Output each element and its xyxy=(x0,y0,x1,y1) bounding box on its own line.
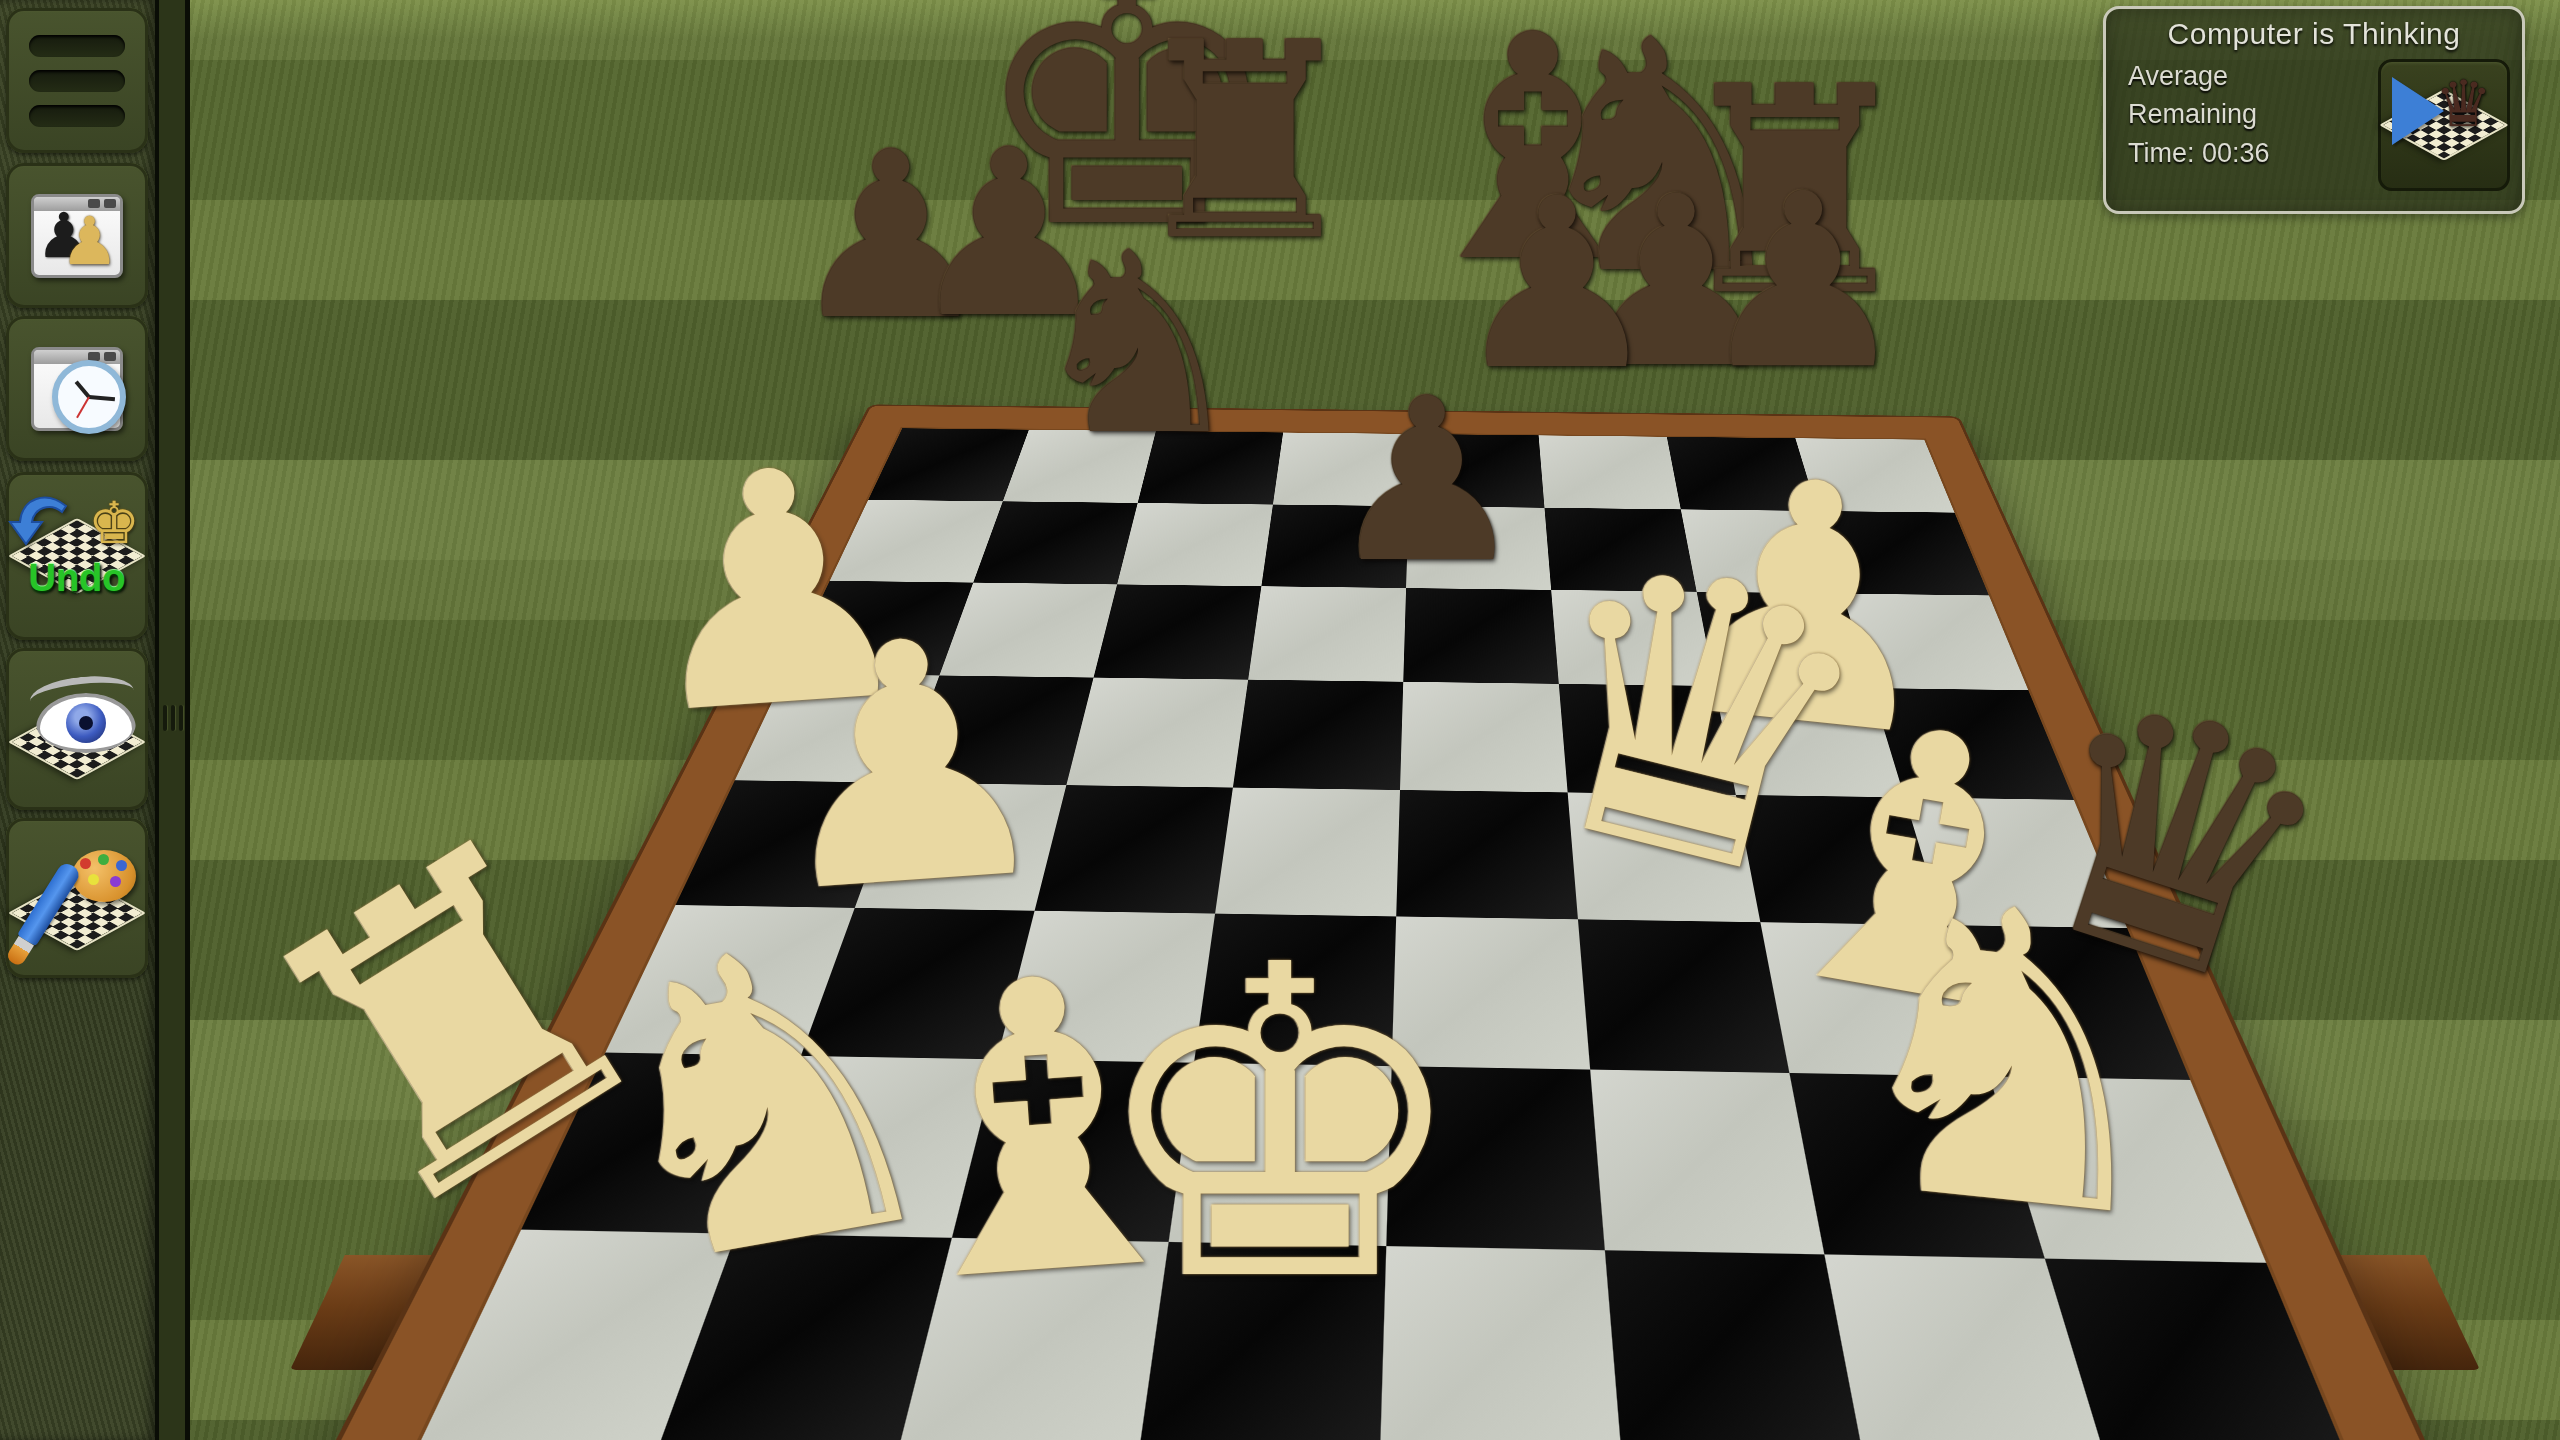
square-d5[interactable] xyxy=(1233,680,1403,790)
hamburger-icon xyxy=(29,35,125,127)
white-king-d1[interactable]: ♚ xyxy=(1087,910,1473,1340)
black-pawn-e5[interactable]: ♟ xyxy=(1326,369,1528,594)
undo-label: Undo xyxy=(12,557,142,600)
black-knight-c6[interactable]: ♞ xyxy=(1025,220,1249,470)
dark-queen-icon: ♛ xyxy=(2435,67,2492,141)
undo-button[interactable]: ♚ Undo xyxy=(6,472,148,640)
thinking-panel: Computer is Thinking Average Remaining T… xyxy=(2103,6,2525,214)
window-clock-icon xyxy=(31,347,123,431)
square-f2[interactable] xyxy=(1590,1070,1824,1255)
panel-line-average: Average xyxy=(2128,57,2378,95)
sidebar-grip[interactable] xyxy=(160,700,186,736)
panel-text: Average Remaining Time: 00:36 xyxy=(2118,57,2378,191)
black-pawn-h7[interactable]: ♟ xyxy=(1695,162,1910,402)
panel-title: Computer is Thinking xyxy=(2118,17,2510,51)
panel-line-time: Time: 00:36 xyxy=(2128,134,2378,172)
toolbar: ♟ ♟ ♚ Undo xyxy=(0,0,155,1440)
view-button[interactable] xyxy=(6,648,148,810)
panel-line-remaining: Remaining xyxy=(2128,95,2378,133)
square-c7[interactable] xyxy=(1117,503,1273,586)
square-f1[interactable] xyxy=(1605,1250,1867,1440)
menu-button[interactable] xyxy=(6,8,148,153)
appearance-button[interactable] xyxy=(6,818,148,978)
square-c5[interactable] xyxy=(1066,678,1248,788)
clock-window-button[interactable] xyxy=(6,316,148,461)
palette-icon xyxy=(72,850,136,902)
square-c6[interactable] xyxy=(1094,584,1262,679)
gold-king-icon: ♚ xyxy=(88,494,140,552)
undo-arrow-icon xyxy=(8,492,82,566)
white-knight-g1[interactable]: ♞ xyxy=(1812,843,2210,1278)
window-pawns-icon: ♟ ♟ xyxy=(31,194,123,278)
pieces-window-button[interactable]: ♟ ♟ xyxy=(6,163,148,308)
play-board-button[interactable]: ♛ xyxy=(2378,59,2510,191)
